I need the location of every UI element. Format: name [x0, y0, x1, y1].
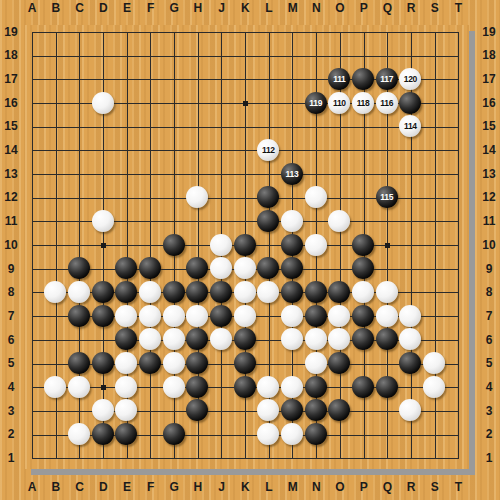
point-N18[interactable] — [304, 43, 328, 67]
point-P15[interactable] — [351, 115, 375, 139]
point-Q7[interactable] — [375, 304, 399, 328]
point-R5[interactable] — [399, 351, 423, 375]
point-N3[interactable] — [304, 399, 328, 423]
point-B16[interactable] — [43, 91, 67, 115]
point-T7[interactable] — [446, 304, 470, 328]
point-N15[interactable] — [304, 115, 328, 139]
point-H17[interactable] — [186, 67, 210, 91]
point-Q13[interactable] — [375, 162, 399, 186]
point-B3[interactable] — [43, 399, 67, 423]
point-T3[interactable] — [446, 399, 470, 423]
point-P9[interactable] — [351, 257, 375, 281]
point-P1[interactable] — [351, 446, 375, 470]
point-R3[interactable] — [399, 399, 423, 423]
point-R12[interactable] — [399, 186, 423, 210]
point-T5[interactable] — [446, 351, 470, 375]
point-D14[interactable] — [91, 138, 115, 162]
point-Q10[interactable] — [375, 233, 399, 257]
point-Q11[interactable] — [375, 209, 399, 233]
point-F9[interactable] — [138, 257, 162, 281]
point-G14[interactable] — [162, 138, 186, 162]
point-D15[interactable] — [91, 115, 115, 139]
point-E7[interactable] — [115, 304, 139, 328]
point-A18[interactable] — [20, 43, 44, 67]
point-F19[interactable] — [138, 20, 162, 44]
point-D3[interactable] — [91, 399, 115, 423]
point-H5[interactable] — [186, 351, 210, 375]
point-C15[interactable] — [67, 115, 91, 139]
point-E15[interactable] — [115, 115, 139, 139]
point-A17[interactable] — [20, 67, 44, 91]
point-H9[interactable] — [186, 257, 210, 281]
point-P8[interactable] — [351, 280, 375, 304]
point-J16[interactable] — [209, 91, 233, 115]
point-T18[interactable] — [446, 43, 470, 67]
point-H11[interactable] — [186, 209, 210, 233]
point-O8[interactable] — [328, 280, 352, 304]
point-B18[interactable] — [43, 43, 67, 67]
point-A7[interactable] — [20, 304, 44, 328]
point-B15[interactable] — [43, 115, 67, 139]
point-L18[interactable] — [257, 43, 281, 67]
point-G10[interactable] — [162, 233, 186, 257]
point-B5[interactable] — [43, 351, 67, 375]
point-L7[interactable] — [257, 304, 281, 328]
point-O11[interactable] — [328, 209, 352, 233]
point-E14[interactable] — [115, 138, 139, 162]
point-O19[interactable] — [328, 20, 352, 44]
point-Q17[interactable]: 117 — [375, 67, 399, 91]
point-E16[interactable] — [115, 91, 139, 115]
point-N2[interactable] — [304, 422, 328, 446]
point-S3[interactable] — [422, 399, 446, 423]
point-G17[interactable] — [162, 67, 186, 91]
point-E4[interactable] — [115, 375, 139, 399]
point-F6[interactable] — [138, 328, 162, 352]
point-T12[interactable] — [446, 186, 470, 210]
point-M6[interactable] — [280, 328, 304, 352]
point-E6[interactable] — [115, 328, 139, 352]
point-K15[interactable] — [233, 115, 257, 139]
point-J18[interactable] — [209, 43, 233, 67]
point-T16[interactable] — [446, 91, 470, 115]
point-G1[interactable] — [162, 446, 186, 470]
point-N8[interactable] — [304, 280, 328, 304]
point-F12[interactable] — [138, 186, 162, 210]
point-A1[interactable] — [20, 446, 44, 470]
point-L11[interactable] — [257, 209, 281, 233]
point-C16[interactable] — [67, 91, 91, 115]
point-J4[interactable] — [209, 375, 233, 399]
point-C12[interactable] — [67, 186, 91, 210]
point-S4[interactable] — [422, 375, 446, 399]
point-R15[interactable]: 114 — [399, 115, 423, 139]
point-G7[interactable] — [162, 304, 186, 328]
point-J19[interactable] — [209, 20, 233, 44]
point-E9[interactable] — [115, 257, 139, 281]
point-P6[interactable] — [351, 328, 375, 352]
point-D13[interactable] — [91, 162, 115, 186]
point-B2[interactable] — [43, 422, 67, 446]
point-J9[interactable] — [209, 257, 233, 281]
point-O9[interactable] — [328, 257, 352, 281]
point-Q16[interactable]: 116 — [375, 91, 399, 115]
point-D1[interactable] — [91, 446, 115, 470]
point-Q18[interactable] — [375, 43, 399, 67]
point-G15[interactable] — [162, 115, 186, 139]
point-M9[interactable] — [280, 257, 304, 281]
point-T2[interactable] — [446, 422, 470, 446]
point-S13[interactable] — [422, 162, 446, 186]
point-N13[interactable] — [304, 162, 328, 186]
point-N5[interactable] — [304, 351, 328, 375]
point-F5[interactable] — [138, 351, 162, 375]
point-L9[interactable] — [257, 257, 281, 281]
point-K16[interactable] — [233, 91, 257, 115]
point-A11[interactable] — [20, 209, 44, 233]
point-N9[interactable] — [304, 257, 328, 281]
point-T10[interactable] — [446, 233, 470, 257]
point-K2[interactable] — [233, 422, 257, 446]
point-N16[interactable]: 119 — [304, 91, 328, 115]
point-P12[interactable] — [351, 186, 375, 210]
point-N7[interactable] — [304, 304, 328, 328]
point-M4[interactable] — [280, 375, 304, 399]
point-B11[interactable] — [43, 209, 67, 233]
point-D8[interactable] — [91, 280, 115, 304]
point-S15[interactable] — [422, 115, 446, 139]
point-R14[interactable] — [399, 138, 423, 162]
point-T9[interactable] — [446, 257, 470, 281]
point-L12[interactable] — [257, 186, 281, 210]
point-S14[interactable] — [422, 138, 446, 162]
point-G19[interactable] — [162, 20, 186, 44]
point-T6[interactable] — [446, 328, 470, 352]
point-S11[interactable] — [422, 209, 446, 233]
point-R4[interactable] — [399, 375, 423, 399]
point-S16[interactable] — [422, 91, 446, 115]
point-E13[interactable] — [115, 162, 139, 186]
point-H12[interactable] — [186, 186, 210, 210]
point-F2[interactable] — [138, 422, 162, 446]
point-P5[interactable] — [351, 351, 375, 375]
point-K9[interactable] — [233, 257, 257, 281]
point-M12[interactable] — [280, 186, 304, 210]
point-C18[interactable] — [67, 43, 91, 67]
point-N12[interactable] — [304, 186, 328, 210]
point-G4[interactable] — [162, 375, 186, 399]
point-M3[interactable] — [280, 399, 304, 423]
point-H2[interactable] — [186, 422, 210, 446]
point-C1[interactable] — [67, 446, 91, 470]
point-B7[interactable] — [43, 304, 67, 328]
point-G3[interactable] — [162, 399, 186, 423]
point-Q2[interactable] — [375, 422, 399, 446]
point-P13[interactable] — [351, 162, 375, 186]
point-L4[interactable] — [257, 375, 281, 399]
point-S18[interactable] — [422, 43, 446, 67]
point-L19[interactable] — [257, 20, 281, 44]
point-A14[interactable] — [20, 138, 44, 162]
point-R16[interactable] — [399, 91, 423, 115]
point-O15[interactable] — [328, 115, 352, 139]
point-C2[interactable] — [67, 422, 91, 446]
point-S7[interactable] — [422, 304, 446, 328]
point-E1[interactable] — [115, 446, 139, 470]
point-O17[interactable]: 111 — [328, 67, 352, 91]
point-K19[interactable] — [233, 20, 257, 44]
point-C10[interactable] — [67, 233, 91, 257]
point-P7[interactable] — [351, 304, 375, 328]
point-H1[interactable] — [186, 446, 210, 470]
point-T14[interactable] — [446, 138, 470, 162]
point-S10[interactable] — [422, 233, 446, 257]
point-P10[interactable] — [351, 233, 375, 257]
point-K8[interactable] — [233, 280, 257, 304]
point-L3[interactable] — [257, 399, 281, 423]
point-J11[interactable] — [209, 209, 233, 233]
point-A9[interactable] — [20, 257, 44, 281]
point-G12[interactable] — [162, 186, 186, 210]
point-S6[interactable] — [422, 328, 446, 352]
point-C6[interactable] — [67, 328, 91, 352]
point-A3[interactable] — [20, 399, 44, 423]
point-Q5[interactable] — [375, 351, 399, 375]
point-F7[interactable] — [138, 304, 162, 328]
point-E18[interactable] — [115, 43, 139, 67]
point-P4[interactable] — [351, 375, 375, 399]
point-O10[interactable] — [328, 233, 352, 257]
point-C19[interactable] — [67, 20, 91, 44]
point-D5[interactable] — [91, 351, 115, 375]
point-H14[interactable] — [186, 138, 210, 162]
point-C8[interactable] — [67, 280, 91, 304]
point-L6[interactable] — [257, 328, 281, 352]
point-R8[interactable] — [399, 280, 423, 304]
point-T1[interactable] — [446, 446, 470, 470]
point-K7[interactable] — [233, 304, 257, 328]
point-J12[interactable] — [209, 186, 233, 210]
point-S9[interactable] — [422, 257, 446, 281]
point-J13[interactable] — [209, 162, 233, 186]
point-R11[interactable] — [399, 209, 423, 233]
point-L5[interactable] — [257, 351, 281, 375]
point-D6[interactable] — [91, 328, 115, 352]
point-L14[interactable]: 112 — [257, 138, 281, 162]
point-K13[interactable] — [233, 162, 257, 186]
point-N19[interactable] — [304, 20, 328, 44]
point-F15[interactable] — [138, 115, 162, 139]
point-B9[interactable] — [43, 257, 67, 281]
point-K11[interactable] — [233, 209, 257, 233]
point-A4[interactable] — [20, 375, 44, 399]
point-T8[interactable] — [446, 280, 470, 304]
point-O16[interactable]: 110 — [328, 91, 352, 115]
point-R9[interactable] — [399, 257, 423, 281]
point-F10[interactable] — [138, 233, 162, 257]
point-S17[interactable] — [422, 67, 446, 91]
point-R17[interactable]: 120 — [399, 67, 423, 91]
point-F3[interactable] — [138, 399, 162, 423]
point-C4[interactable] — [67, 375, 91, 399]
point-F18[interactable] — [138, 43, 162, 67]
point-G2[interactable] — [162, 422, 186, 446]
point-S8[interactable] — [422, 280, 446, 304]
point-E10[interactable] — [115, 233, 139, 257]
point-K1[interactable] — [233, 446, 257, 470]
point-E3[interactable] — [115, 399, 139, 423]
point-K6[interactable] — [233, 328, 257, 352]
point-F16[interactable] — [138, 91, 162, 115]
point-A12[interactable] — [20, 186, 44, 210]
point-K3[interactable] — [233, 399, 257, 423]
point-G9[interactable] — [162, 257, 186, 281]
point-L2[interactable] — [257, 422, 281, 446]
point-M18[interactable] — [280, 43, 304, 67]
point-D4[interactable] — [91, 375, 115, 399]
point-D9[interactable] — [91, 257, 115, 281]
point-O3[interactable] — [328, 399, 352, 423]
point-L1[interactable] — [257, 446, 281, 470]
point-S2[interactable] — [422, 422, 446, 446]
point-D7[interactable] — [91, 304, 115, 328]
point-R13[interactable] — [399, 162, 423, 186]
point-S1[interactable] — [422, 446, 446, 470]
point-P17[interactable] — [351, 67, 375, 91]
point-F8[interactable] — [138, 280, 162, 304]
point-J10[interactable] — [209, 233, 233, 257]
point-K12[interactable] — [233, 186, 257, 210]
point-A15[interactable] — [20, 115, 44, 139]
point-A8[interactable] — [20, 280, 44, 304]
point-F17[interactable] — [138, 67, 162, 91]
point-L10[interactable] — [257, 233, 281, 257]
point-G13[interactable] — [162, 162, 186, 186]
point-G18[interactable] — [162, 43, 186, 67]
point-H3[interactable] — [186, 399, 210, 423]
point-L15[interactable] — [257, 115, 281, 139]
point-A5[interactable] — [20, 351, 44, 375]
point-B8[interactable] — [43, 280, 67, 304]
point-Q12[interactable]: 115 — [375, 186, 399, 210]
point-D10[interactable] — [91, 233, 115, 257]
point-M1[interactable] — [280, 446, 304, 470]
point-B17[interactable] — [43, 67, 67, 91]
point-K17[interactable] — [233, 67, 257, 91]
point-H13[interactable] — [186, 162, 210, 186]
point-Q6[interactable] — [375, 328, 399, 352]
point-R19[interactable] — [399, 20, 423, 44]
point-H8[interactable] — [186, 280, 210, 304]
point-A10[interactable] — [20, 233, 44, 257]
point-B12[interactable] — [43, 186, 67, 210]
point-Q8[interactable] — [375, 280, 399, 304]
point-Q1[interactable] — [375, 446, 399, 470]
point-E2[interactable] — [115, 422, 139, 446]
point-E12[interactable] — [115, 186, 139, 210]
point-M17[interactable] — [280, 67, 304, 91]
point-H16[interactable] — [186, 91, 210, 115]
point-A6[interactable] — [20, 328, 44, 352]
point-P2[interactable] — [351, 422, 375, 446]
point-C5[interactable] — [67, 351, 91, 375]
point-J2[interactable] — [209, 422, 233, 446]
point-O14[interactable] — [328, 138, 352, 162]
point-J3[interactable] — [209, 399, 233, 423]
point-M8[interactable] — [280, 280, 304, 304]
point-E19[interactable] — [115, 20, 139, 44]
point-J8[interactable] — [209, 280, 233, 304]
point-E17[interactable] — [115, 67, 139, 91]
point-C3[interactable] — [67, 399, 91, 423]
point-M2[interactable] — [280, 422, 304, 446]
point-S19[interactable] — [422, 20, 446, 44]
point-K14[interactable] — [233, 138, 257, 162]
point-T11[interactable] — [446, 209, 470, 233]
point-G6[interactable] — [162, 328, 186, 352]
point-D2[interactable] — [91, 422, 115, 446]
point-G8[interactable] — [162, 280, 186, 304]
point-J15[interactable] — [209, 115, 233, 139]
point-F14[interactable] — [138, 138, 162, 162]
point-H6[interactable] — [186, 328, 210, 352]
point-M13[interactable]: 113 — [280, 162, 304, 186]
point-N6[interactable] — [304, 328, 328, 352]
point-O6[interactable] — [328, 328, 352, 352]
point-A13[interactable] — [20, 162, 44, 186]
point-B19[interactable] — [43, 20, 67, 44]
point-M7[interactable] — [280, 304, 304, 328]
point-H10[interactable] — [186, 233, 210, 257]
point-R6[interactable] — [399, 328, 423, 352]
point-C14[interactable] — [67, 138, 91, 162]
point-H4[interactable] — [186, 375, 210, 399]
point-J14[interactable] — [209, 138, 233, 162]
point-B1[interactable] — [43, 446, 67, 470]
point-K18[interactable] — [233, 43, 257, 67]
point-F1[interactable] — [138, 446, 162, 470]
point-N17[interactable] — [304, 67, 328, 91]
point-G16[interactable] — [162, 91, 186, 115]
point-M11[interactable] — [280, 209, 304, 233]
point-M14[interactable] — [280, 138, 304, 162]
point-J5[interactable] — [209, 351, 233, 375]
point-K10[interactable] — [233, 233, 257, 257]
point-B13[interactable] — [43, 162, 67, 186]
point-D18[interactable] — [91, 43, 115, 67]
point-T4[interactable] — [446, 375, 470, 399]
point-H7[interactable] — [186, 304, 210, 328]
point-B10[interactable] — [43, 233, 67, 257]
point-O4[interactable] — [328, 375, 352, 399]
point-G11[interactable] — [162, 209, 186, 233]
point-P19[interactable] — [351, 20, 375, 44]
point-C7[interactable] — [67, 304, 91, 328]
point-T15[interactable] — [446, 115, 470, 139]
point-M15[interactable] — [280, 115, 304, 139]
point-D19[interactable] — [91, 20, 115, 44]
point-C9[interactable] — [67, 257, 91, 281]
point-O2[interactable] — [328, 422, 352, 446]
point-B14[interactable] — [43, 138, 67, 162]
point-D12[interactable] — [91, 186, 115, 210]
point-M16[interactable] — [280, 91, 304, 115]
point-T13[interactable] — [446, 162, 470, 186]
point-E8[interactable] — [115, 280, 139, 304]
point-T17[interactable] — [446, 67, 470, 91]
point-Q19[interactable] — [375, 20, 399, 44]
point-R1[interactable] — [399, 446, 423, 470]
